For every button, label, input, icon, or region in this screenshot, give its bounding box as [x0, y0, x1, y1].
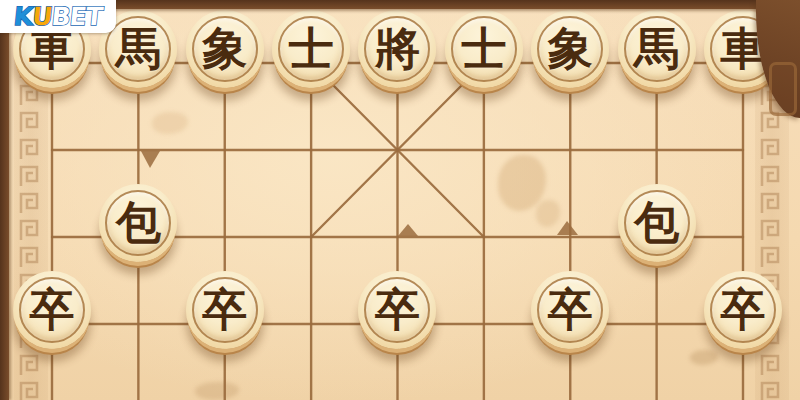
- piece-black-soldier-f4r3[interactable]: 卒: [358, 271, 436, 349]
- table-edge-top: [0, 0, 800, 9]
- piece-black-soldier-f8r3[interactable]: 卒: [704, 271, 782, 349]
- piece-black-elephant-f2r0[interactable]: 象: [186, 10, 264, 88]
- piece-character: 卒: [548, 287, 593, 332]
- table-edge-left: [0, 0, 9, 400]
- piece-character: 卒: [202, 287, 247, 332]
- piece-character: 包: [116, 200, 161, 245]
- piece-black-elephant-f6r0[interactable]: 象: [531, 10, 609, 88]
- xiangqi-game-screen: 車馬象士將士象馬車包包卒卒卒卒卒 KUBET: [0, 0, 800, 400]
- piece-character: 將: [375, 26, 420, 71]
- piece-black-soldier-f6r3[interactable]: 卒: [531, 271, 609, 349]
- piece-character: 馬: [116, 26, 161, 71]
- piece-black-horse-f7r0[interactable]: 馬: [618, 10, 696, 88]
- piece-character: 士: [289, 26, 334, 71]
- piece-black-soldier-f2r3[interactable]: 卒: [186, 271, 264, 349]
- piece-black-soldier-f0r3[interactable]: 卒: [13, 271, 91, 349]
- piece-character: 卒: [375, 287, 420, 332]
- piece-black-advisor-f3r0[interactable]: 士: [272, 10, 350, 88]
- piece-character: 卒: [29, 287, 74, 332]
- piece-character: 卒: [720, 287, 765, 332]
- corner-bracket-ornament: [769, 62, 797, 116]
- piece-character: 包: [634, 200, 679, 245]
- kubet-logo: KUBET: [0, 0, 116, 33]
- piece-black-advisor-f5r0[interactable]: 士: [445, 10, 523, 88]
- piece-character: 象: [202, 26, 247, 71]
- piece-character: 馬: [634, 26, 679, 71]
- kubet-logo-text: KUBET: [13, 4, 104, 29]
- piece-black-cannon-f1r2[interactable]: 包: [99, 184, 177, 262]
- xiangqi-board[interactable]: 車馬象士將士象馬車包包卒卒卒卒卒: [9, 20, 786, 400]
- piece-black-general-f4r0[interactable]: 將: [358, 10, 436, 88]
- piece-character: 象: [548, 26, 593, 71]
- logo-letter: T: [85, 4, 104, 29]
- piece-black-cannon-f7r2[interactable]: 包: [618, 184, 696, 262]
- piece-character: 士: [461, 26, 506, 71]
